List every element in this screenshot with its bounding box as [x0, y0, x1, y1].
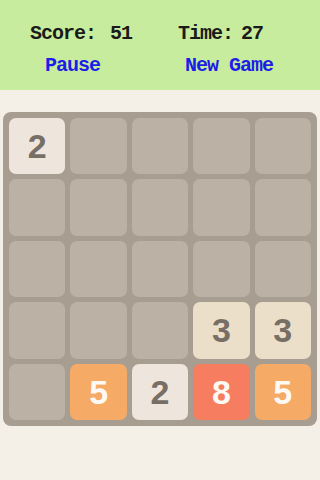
empty-cell — [193, 179, 249, 235]
board-grid: 2335285 — [9, 118, 311, 420]
empty-cell — [132, 179, 188, 235]
game-screen: Score:51 Time:27 Pause New Game 2335285 — [0, 0, 320, 480]
empty-cell — [132, 302, 188, 358]
empty-cell — [255, 118, 311, 174]
empty-cell — [70, 302, 126, 358]
empty-cell — [70, 118, 126, 174]
tile-8: 8 — [193, 364, 249, 420]
tile-3: 3 — [193, 302, 249, 358]
empty-cell — [255, 241, 311, 297]
time-display: Time:27 — [178, 22, 263, 45]
empty-cell — [70, 241, 126, 297]
pause-button[interactable]: Pause — [45, 54, 100, 77]
time-label: Time: — [178, 22, 233, 45]
tile-3: 3 — [255, 302, 311, 358]
tile-2: 2 — [132, 364, 188, 420]
empty-cell — [9, 364, 65, 420]
new-game-button[interactable]: New Game — [185, 54, 273, 77]
button-row: Pause New Game — [0, 54, 320, 77]
time-value: 27 — [241, 22, 263, 45]
score-label: Score: — [30, 22, 96, 45]
empty-cell — [193, 118, 249, 174]
header: Score:51 Time:27 Pause New Game — [0, 0, 320, 90]
tile-2: 2 — [9, 118, 65, 174]
tile-5: 5 — [70, 364, 126, 420]
empty-cell — [9, 241, 65, 297]
tile-5: 5 — [255, 364, 311, 420]
empty-cell — [9, 179, 65, 235]
empty-cell — [132, 241, 188, 297]
score-value: 51 — [110, 22, 132, 45]
empty-cell — [132, 118, 188, 174]
status-row: Score:51 Time:27 — [0, 22, 320, 45]
empty-cell — [70, 179, 126, 235]
game-board[interactable]: 2335285 — [3, 112, 317, 426]
score-display: Score:51 — [30, 22, 132, 45]
empty-cell — [255, 179, 311, 235]
empty-cell — [9, 302, 65, 358]
empty-cell — [193, 241, 249, 297]
